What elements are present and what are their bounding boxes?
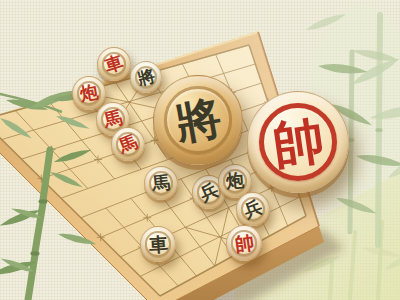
pieces-layer: 車炮馬馬將馬兵炮兵車帥將帥 <box>0 0 400 300</box>
piece-red-cannon-1[interactable]: 炮 <box>72 76 106 110</box>
piece-character: 馬 <box>151 173 171 193</box>
piece-character: 炮 <box>225 171 244 190</box>
piece-character: 帥 <box>233 232 254 253</box>
piece-character: 車 <box>148 234 168 254</box>
piece-character: 將 <box>136 67 157 88</box>
piece-black-soldier-2[interactable]: 兵 <box>236 192 270 226</box>
piece-red-chariot-1[interactable]: 車 <box>97 47 131 81</box>
piece-red-general-small[interactable]: 帥 <box>226 225 262 261</box>
piece-black-horse-1[interactable]: 馬 <box>144 166 178 200</box>
piece-black-general-small[interactable]: 將 <box>130 61 162 93</box>
piece-red-horse-2[interactable]: 馬 <box>111 127 145 161</box>
piece-character: 帥 <box>269 113 327 171</box>
xiangqi-splash-scene: 車炮馬馬將馬兵炮兵車帥將帥 <box>0 0 400 300</box>
piece-character: 將 <box>172 94 224 146</box>
piece-red-general-large[interactable]: 帥 <box>247 91 349 193</box>
piece-black-chariot-1[interactable]: 車 <box>140 226 176 262</box>
piece-character: 炮 <box>79 83 100 104</box>
piece-black-general-large[interactable]: 將 <box>153 75 243 165</box>
